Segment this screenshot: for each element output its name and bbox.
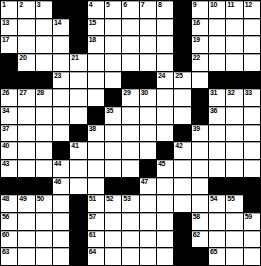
- cell-1-9[interactable]: [157, 19, 173, 36]
- clue-number: 59: [245, 213, 252, 221]
- cell-9-5[interactable]: [88, 160, 104, 177]
- cell-5-8[interactable]: 30: [140, 89, 156, 106]
- cell-3-1[interactable]: 20: [18, 54, 34, 71]
- clue-number: 35: [106, 107, 113, 115]
- cell-9-13[interactable]: [226, 160, 242, 177]
- cell-7-12[interactable]: [209, 125, 225, 142]
- cell-3-2[interactable]: [36, 54, 52, 71]
- cell-11-5[interactable]: 51: [88, 195, 104, 212]
- clue-number: 39: [193, 125, 200, 133]
- cell-12-11[interactable]: 58: [192, 213, 208, 230]
- black-cell-5-11: [192, 89, 208, 106]
- cell-9-10[interactable]: [174, 160, 190, 177]
- clue-number: 29: [123, 89, 130, 97]
- clue-number: 21: [71, 54, 78, 62]
- cell-13-1[interactable]: [18, 231, 34, 248]
- cell-14-2[interactable]: [36, 248, 52, 265]
- clue-number: 7: [141, 1, 145, 9]
- cell-2-8[interactable]: [140, 36, 156, 53]
- cell-5-3[interactable]: [53, 89, 69, 106]
- clue-number: 46: [54, 178, 61, 186]
- clue-number: 65: [210, 248, 217, 256]
- cell-3-5[interactable]: [88, 54, 104, 71]
- cell-2-13[interactable]: [226, 36, 242, 53]
- black-cell-0-4: [70, 1, 86, 18]
- cell-12-12[interactable]: [209, 213, 225, 230]
- black-cell-14-10: [174, 248, 190, 265]
- cell-12-5[interactable]: 57: [88, 213, 104, 230]
- cell-11-3[interactable]: [53, 195, 69, 212]
- clue-number: 27: [19, 89, 26, 97]
- cell-3-13[interactable]: [226, 54, 242, 71]
- cell-3-4[interactable]: 21: [70, 54, 86, 71]
- cell-7-13[interactable]: [226, 125, 242, 142]
- cell-1-3[interactable]: 14: [53, 19, 69, 36]
- cell-0-11[interactable]: 9: [192, 1, 208, 18]
- cell-5-4[interactable]: [70, 89, 86, 106]
- clue-number: 43: [2, 160, 9, 168]
- cell-6-3[interactable]: [53, 107, 69, 124]
- clue-number: 47: [141, 178, 148, 186]
- cell-11-8[interactable]: [140, 195, 156, 212]
- clue-number: 23: [54, 72, 61, 80]
- cell-3-12[interactable]: [209, 54, 225, 71]
- clue-number: 33: [245, 89, 252, 97]
- cell-13-14[interactable]: [244, 231, 260, 248]
- clue-number: 53: [123, 195, 130, 203]
- cell-10-10[interactable]: [174, 178, 190, 195]
- cell-7-5[interactable]: 38: [88, 125, 104, 142]
- cell-11-1[interactable]: 49: [18, 195, 34, 212]
- clue-number: 55: [227, 195, 234, 203]
- cell-3-6[interactable]: [105, 54, 121, 71]
- clue-number: 26: [2, 89, 9, 97]
- cell-6-0[interactable]: 34: [1, 107, 17, 124]
- cell-10-8[interactable]: 47: [140, 178, 156, 195]
- black-cell-3-0: [1, 54, 17, 71]
- cell-8-11[interactable]: [192, 142, 208, 159]
- cell-5-7[interactable]: 29: [122, 89, 138, 106]
- cell-7-11[interactable]: 39: [192, 125, 208, 142]
- cell-12-14[interactable]: 59: [244, 213, 260, 230]
- cell-13-13[interactable]: [226, 231, 242, 248]
- cell-12-7[interactable]: [122, 213, 138, 230]
- cell-4-5[interactable]: [88, 72, 104, 89]
- clue-number: 11: [227, 1, 234, 9]
- cell-1-7[interactable]: [122, 19, 138, 36]
- cell-4-6[interactable]: [105, 72, 121, 89]
- black-cell-4-0: [1, 72, 17, 89]
- cell-14-12[interactable]: 65: [209, 248, 225, 265]
- black-cell-1-4: [70, 19, 86, 36]
- clue-number: 36: [210, 107, 217, 115]
- clue-number: 50: [37, 195, 44, 203]
- clue-number: 3: [37, 1, 41, 9]
- cell-9-6[interactable]: [105, 160, 121, 177]
- cell-8-8[interactable]: [140, 142, 156, 159]
- cell-13-3[interactable]: [53, 231, 69, 248]
- cell-13-2[interactable]: [36, 231, 52, 248]
- black-cell-8-9: [157, 142, 173, 159]
- cell-0-2[interactable]: 3: [36, 1, 52, 18]
- clue-number: 12: [245, 1, 252, 9]
- cell-1-5[interactable]: 15: [88, 19, 104, 36]
- cell-8-12[interactable]: [209, 142, 225, 159]
- clue-number: 24: [158, 72, 165, 80]
- cell-5-14[interactable]: 33: [244, 89, 260, 106]
- clue-number: 28: [37, 89, 44, 97]
- clue-number: 8: [158, 1, 162, 9]
- cell-14-14[interactable]: [244, 248, 260, 265]
- cell-2-11[interactable]: 19: [192, 36, 208, 53]
- cell-2-9[interactable]: [157, 36, 173, 53]
- cell-1-8[interactable]: [140, 19, 156, 36]
- cell-0-9[interactable]: 8: [157, 1, 173, 18]
- cell-11-13[interactable]: 55: [226, 195, 242, 212]
- cell-11-7[interactable]: 53: [122, 195, 138, 212]
- cell-9-9[interactable]: 45: [157, 160, 173, 177]
- cell-5-5[interactable]: [88, 89, 104, 106]
- clue-number: 4: [89, 1, 93, 9]
- clue-number: 37: [2, 125, 9, 133]
- cell-3-3[interactable]: [53, 54, 69, 71]
- cell-3-14[interactable]: [244, 54, 260, 71]
- cell-4-10[interactable]: 25: [174, 72, 190, 89]
- cell-12-0[interactable]: 56: [1, 213, 17, 230]
- cell-0-0[interactable]: 1: [1, 1, 17, 18]
- cell-6-9[interactable]: [157, 107, 173, 124]
- cell-1-14[interactable]: [244, 19, 260, 36]
- cell-0-1[interactable]: 2: [18, 1, 34, 18]
- cell-2-7[interactable]: [122, 36, 138, 53]
- cell-2-6[interactable]: [105, 36, 121, 53]
- clue-number: 64: [89, 248, 96, 256]
- clue-number: 42: [175, 142, 182, 150]
- clue-number: 10: [210, 1, 217, 9]
- black-cell-0-3: [53, 1, 69, 18]
- clue-number: 41: [71, 142, 78, 150]
- cell-5-2[interactable]: 28: [36, 89, 52, 106]
- cell-12-8[interactable]: [140, 213, 156, 230]
- black-cell-4-2: [36, 72, 52, 89]
- black-cell-10-14: [244, 178, 260, 195]
- clue-number: 62: [193, 231, 200, 239]
- clue-number: 44: [54, 160, 61, 168]
- clue-number: 17: [2, 36, 9, 44]
- clue-number: 16: [193, 19, 200, 27]
- clue-number: 31: [210, 89, 217, 97]
- cell-5-10[interactable]: [174, 89, 190, 106]
- clue-number: 9: [193, 1, 197, 9]
- cell-8-1[interactable]: [18, 142, 34, 159]
- black-cell-7-4: [70, 125, 86, 142]
- cell-9-4[interactable]: [70, 160, 86, 177]
- cell-4-9[interactable]: 24: [157, 72, 173, 89]
- cell-3-11[interactable]: 22: [192, 54, 208, 71]
- cell-6-12[interactable]: 36: [209, 107, 225, 124]
- cell-11-2[interactable]: 50: [36, 195, 52, 212]
- cell-11-9[interactable]: [157, 195, 173, 212]
- cell-9-7[interactable]: [122, 160, 138, 177]
- cell-8-0[interactable]: 40: [1, 142, 17, 159]
- black-cell-13-4: [70, 231, 86, 248]
- cell-9-0[interactable]: 43: [1, 160, 17, 177]
- black-cell-7-10: [174, 125, 190, 142]
- cell-0-12[interactable]: 10: [209, 1, 225, 18]
- cell-12-3[interactable]: [53, 213, 69, 230]
- cell-1-0[interactable]: 13: [1, 19, 17, 36]
- clue-number: 49: [19, 195, 26, 203]
- black-cell-12-4: [70, 213, 86, 230]
- cell-9-3[interactable]: 44: [53, 160, 69, 177]
- clue-number: 51: [89, 195, 96, 203]
- cell-14-7[interactable]: [122, 248, 138, 265]
- black-cell-10-12: [209, 178, 225, 195]
- black-cell-4-13: [226, 72, 242, 89]
- cell-7-0[interactable]: 37: [1, 125, 17, 142]
- cell-6-6[interactable]: 35: [105, 107, 121, 124]
- cell-7-2[interactable]: [36, 125, 52, 142]
- cell-8-5[interactable]: [88, 142, 104, 159]
- black-cell-10-1: [18, 178, 34, 195]
- cell-6-14[interactable]: [244, 107, 260, 124]
- black-cell-4-1: [18, 72, 34, 89]
- black-cell-6-5: [88, 107, 104, 124]
- cell-2-5[interactable]: 18: [88, 36, 104, 53]
- cell-11-10[interactable]: [174, 195, 190, 212]
- black-cell-0-10: [174, 1, 190, 18]
- black-cell-11-4: [70, 195, 86, 212]
- black-cell-9-8: [140, 160, 156, 177]
- cell-9-14[interactable]: [244, 160, 260, 177]
- cell-6-2[interactable]: [36, 107, 52, 124]
- cell-10-11[interactable]: [192, 178, 208, 195]
- black-cell-3-10: [174, 54, 190, 71]
- cell-6-1[interactable]: [18, 107, 34, 124]
- cell-5-9[interactable]: [157, 89, 173, 106]
- black-cell-4-12: [209, 72, 225, 89]
- cell-10-4[interactable]: [70, 178, 86, 195]
- clue-number: 60: [2, 231, 9, 239]
- cell-1-1[interactable]: [18, 19, 34, 36]
- clue-number: 40: [2, 142, 9, 150]
- cell-7-14[interactable]: [244, 125, 260, 142]
- cell-5-1[interactable]: 27: [18, 89, 34, 106]
- clue-number: 19: [193, 36, 200, 44]
- cell-10-5[interactable]: [88, 178, 104, 195]
- cell-2-2[interactable]: [36, 36, 52, 53]
- cell-6-10[interactable]: [174, 107, 190, 124]
- cell-12-1[interactable]: [18, 213, 34, 230]
- crossword-grid: 1234567891011121314151617181920212223242…: [0, 0, 261, 266]
- cell-13-8[interactable]: [140, 231, 156, 248]
- clue-number: 57: [89, 213, 96, 221]
- clue-number: 6: [123, 1, 127, 9]
- cell-4-3[interactable]: 23: [53, 72, 69, 89]
- cell-7-7[interactable]: [122, 125, 138, 142]
- clue-number: 34: [2, 107, 9, 115]
- cell-9-12[interactable]: [209, 160, 225, 177]
- black-cell-2-4: [70, 36, 86, 53]
- cell-3-7[interactable]: [122, 54, 138, 71]
- cell-7-9[interactable]: [157, 125, 173, 142]
- cell-0-13[interactable]: 11: [226, 1, 242, 18]
- cell-8-4[interactable]: 41: [70, 142, 86, 159]
- cell-11-11[interactable]: [192, 195, 208, 212]
- cell-10-3[interactable]: 46: [53, 178, 69, 195]
- clue-number: 56: [2, 213, 9, 221]
- clue-number: 30: [141, 89, 148, 97]
- black-cell-10-13: [226, 178, 242, 195]
- clue-number: 48: [2, 195, 9, 203]
- cell-12-6[interactable]: [105, 213, 121, 230]
- cell-13-12[interactable]: [209, 231, 225, 248]
- cell-2-0[interactable]: 17: [1, 36, 17, 53]
- cell-2-12[interactable]: [209, 36, 225, 53]
- clue-number: 54: [210, 195, 217, 203]
- cell-2-14[interactable]: [244, 36, 260, 53]
- clue-number: 1: [2, 1, 6, 9]
- clue-number: 58: [193, 213, 200, 221]
- clue-number: 14: [54, 19, 61, 27]
- cell-13-7[interactable]: [122, 231, 138, 248]
- clue-number: 45: [158, 160, 165, 168]
- black-cell-4-8: [140, 72, 156, 89]
- cell-6-7[interactable]: [122, 107, 138, 124]
- cell-8-14[interactable]: [244, 142, 260, 159]
- cell-1-11[interactable]: 16: [192, 19, 208, 36]
- cell-14-13[interactable]: [226, 248, 242, 265]
- cell-8-10[interactable]: 42: [174, 142, 190, 159]
- clue-number: 52: [106, 195, 113, 203]
- cell-13-5[interactable]: 61: [88, 231, 104, 248]
- black-cell-2-10: [174, 36, 190, 53]
- cell-5-13[interactable]: 32: [226, 89, 242, 106]
- clue-number: 13: [2, 19, 9, 27]
- cell-12-2[interactable]: [36, 213, 52, 230]
- clue-number: 22: [193, 54, 200, 62]
- black-cell-10-0: [1, 178, 17, 195]
- cell-13-6[interactable]: [105, 231, 121, 248]
- cell-10-9[interactable]: [157, 178, 173, 195]
- cell-2-3[interactable]: [53, 36, 69, 53]
- cell-14-3[interactable]: [53, 248, 69, 265]
- cell-8-13[interactable]: [226, 142, 242, 159]
- cell-11-12[interactable]: 54: [209, 195, 225, 212]
- clue-number: 5: [106, 1, 110, 9]
- cell-14-8[interactable]: [140, 248, 156, 265]
- cell-12-13[interactable]: [226, 213, 242, 230]
- black-cell-14-11: [192, 248, 208, 265]
- cell-0-8[interactable]: 7: [140, 1, 156, 18]
- cell-9-2[interactable]: [36, 160, 52, 177]
- cell-12-9[interactable]: [157, 213, 173, 230]
- black-cell-8-3: [53, 142, 69, 159]
- black-cell-13-10: [174, 231, 190, 248]
- black-cell-12-10: [174, 213, 190, 230]
- cell-13-0[interactable]: 60: [1, 231, 17, 248]
- cell-6-8[interactable]: [140, 107, 156, 124]
- black-cell-4-14: [244, 72, 260, 89]
- cell-1-6[interactable]: [105, 19, 121, 36]
- cell-13-9[interactable]: [157, 231, 173, 248]
- cell-1-12[interactable]: [209, 19, 225, 36]
- cell-6-4[interactable]: [70, 107, 86, 124]
- cell-11-6[interactable]: 52: [105, 195, 121, 212]
- clue-number: 18: [89, 36, 96, 44]
- cell-1-2[interactable]: [36, 19, 52, 36]
- cell-8-7[interactable]: [122, 142, 138, 159]
- black-cell-1-10: [174, 19, 190, 36]
- cell-6-13[interactable]: [226, 107, 242, 124]
- cell-14-5[interactable]: 64: [88, 248, 104, 265]
- cell-7-6[interactable]: [105, 125, 121, 142]
- cell-7-8[interactable]: [140, 125, 156, 142]
- black-cell-14-4: [70, 248, 86, 265]
- black-cell-4-7: [122, 72, 138, 89]
- cell-8-2[interactable]: [36, 142, 52, 159]
- clue-number: 63: [2, 248, 9, 256]
- cell-8-6[interactable]: [105, 142, 121, 159]
- clue-number: 2: [19, 1, 23, 9]
- clue-number: 25: [175, 72, 182, 80]
- cell-9-11[interactable]: [192, 160, 208, 177]
- black-cell-10-2: [36, 178, 52, 195]
- cell-7-3[interactable]: [53, 125, 69, 142]
- cell-4-4[interactable]: [70, 72, 86, 89]
- black-cell-11-14: [244, 195, 260, 212]
- black-cell-6-11: [192, 107, 208, 124]
- cell-2-1[interactable]: [18, 36, 34, 53]
- cell-14-6[interactable]: [105, 248, 121, 265]
- clue-number: 20: [19, 54, 26, 62]
- cell-14-1[interactable]: [18, 248, 34, 265]
- cell-13-11[interactable]: 62: [192, 231, 208, 248]
- black-cell-10-6: [105, 178, 121, 195]
- cell-0-6[interactable]: 5: [105, 1, 121, 18]
- cell-3-9[interactable]: [157, 54, 173, 71]
- clue-number: 15: [89, 19, 96, 27]
- cell-14-9[interactable]: [157, 248, 173, 265]
- cell-1-13[interactable]: [226, 19, 242, 36]
- cell-3-8[interactable]: [140, 54, 156, 71]
- cell-9-1[interactable]: [18, 160, 34, 177]
- cell-0-5[interactable]: 4: [88, 1, 104, 18]
- cell-0-7[interactable]: 6: [122, 1, 138, 18]
- black-cell-10-7: [122, 178, 138, 195]
- clue-number: 61: [89, 231, 96, 239]
- cell-5-12[interactable]: 31: [209, 89, 225, 106]
- cell-14-0[interactable]: 63: [1, 248, 17, 265]
- cell-5-0[interactable]: 26: [1, 89, 17, 106]
- cell-11-0[interactable]: 48: [1, 195, 17, 212]
- clue-number: 32: [227, 89, 234, 97]
- cell-7-1[interactable]: [18, 125, 34, 142]
- cell-0-14[interactable]: 12: [244, 1, 260, 18]
- black-cell-5-6: [105, 89, 121, 106]
- cell-4-11[interactable]: [192, 72, 208, 89]
- clue-number: 38: [89, 125, 96, 133]
